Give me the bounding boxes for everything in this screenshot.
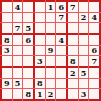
given-digit: 6	[58, 3, 64, 11]
given-digit: 6	[91, 46, 97, 54]
given-digit: 7	[15, 24, 21, 32]
cell-r6c4[interactable]: 3	[35, 56, 45, 66]
cell-r2c6[interactable]: 7	[56, 13, 66, 23]
cell-r7c2[interactable]	[13, 68, 23, 78]
cell-r8c1[interactable]: 9	[2, 79, 12, 89]
cell-r4c2[interactable]	[13, 35, 23, 45]
cell-r4c1[interactable]: 8	[2, 35, 12, 45]
cell-r5c4[interactable]	[35, 46, 45, 56]
cell-r2c8[interactable]: 2	[79, 13, 89, 23]
given-digit: 3	[37, 57, 43, 65]
cell-r8c7[interactable]	[68, 79, 78, 89]
cell-r1c4[interactable]	[35, 2, 45, 12]
given-digit: 1	[37, 90, 43, 98]
cell-r5c5[interactable]: 9	[46, 46, 56, 56]
cell-r3c8[interactable]	[79, 23, 89, 33]
cell-r2c2[interactable]	[13, 13, 23, 23]
cell-r9c4[interactable]: 1	[35, 89, 45, 99]
cell-r3c1[interactable]	[2, 23, 12, 33]
cell-r7c6[interactable]	[56, 68, 66, 78]
sudoku-board: 416772475864396387259588123	[0, 0, 101, 101]
cell-r9c2[interactable]	[13, 89, 23, 99]
cell-r1c3[interactable]	[23, 2, 33, 12]
cell-r4c4[interactable]	[35, 35, 45, 45]
given-digit: 8	[25, 90, 31, 98]
given-digit: 3	[81, 90, 87, 98]
cell-r1c5[interactable]: 1	[46, 2, 56, 12]
cell-r7c4[interactable]	[35, 68, 45, 78]
given-digit: 3	[4, 46, 10, 54]
cell-r2c9[interactable]: 4	[89, 13, 99, 23]
given-digit: 2	[70, 69, 76, 77]
given-digit: 5	[25, 24, 31, 32]
cell-r6c5[interactable]	[46, 56, 56, 66]
cell-r6c8[interactable]	[79, 56, 89, 66]
cell-r8c6[interactable]	[56, 79, 66, 89]
cell-r2c5[interactable]	[46, 13, 56, 23]
cell-r7c1[interactable]	[2, 68, 12, 78]
cell-r1c2[interactable]: 4	[13, 2, 23, 12]
given-digit: 7	[70, 3, 76, 11]
cell-r4c8[interactable]	[79, 35, 89, 45]
given-digit: 8	[4, 36, 10, 44]
cell-r3c5[interactable]	[46, 23, 56, 33]
given-digit: 4	[58, 36, 64, 44]
given-digit: 4	[15, 3, 21, 11]
cell-r9c8[interactable]: 3	[79, 89, 89, 99]
cell-r6c2[interactable]	[13, 56, 23, 66]
cell-r7c9[interactable]	[89, 68, 99, 78]
given-digit: 2	[81, 13, 87, 21]
cell-r6c7[interactable]: 8	[68, 56, 78, 66]
cell-r5c9[interactable]: 6	[89, 46, 99, 56]
cell-r2c4[interactable]	[35, 13, 45, 23]
cell-r3c6[interactable]	[56, 23, 66, 33]
cell-r3c2[interactable]: 7	[13, 23, 23, 33]
cell-r3c3[interactable]: 5	[23, 23, 33, 33]
cell-r9c3[interactable]: 8	[23, 89, 33, 99]
cell-r6c3[interactable]	[23, 56, 33, 66]
cell-r1c6[interactable]: 6	[56, 2, 66, 12]
given-digit: 9	[4, 79, 10, 87]
given-digit: 8	[37, 79, 43, 87]
cell-r8c3[interactable]	[23, 79, 33, 89]
given-digit: 7	[58, 13, 64, 21]
cell-r5c3[interactable]	[23, 46, 33, 56]
cell-r5c8[interactable]	[79, 46, 89, 56]
given-digit: 7	[91, 57, 97, 65]
cell-r9c9[interactable]	[89, 89, 99, 99]
cell-r7c3[interactable]	[23, 68, 33, 78]
cell-r1c1[interactable]	[2, 2, 12, 12]
cell-r9c7[interactable]	[68, 89, 78, 99]
cell-r2c1[interactable]	[2, 13, 12, 23]
cell-r9c6[interactable]	[56, 89, 66, 99]
cell-r3c7[interactable]	[68, 23, 78, 33]
cell-r1c7[interactable]: 7	[68, 2, 78, 12]
cell-r4c5[interactable]	[46, 35, 56, 45]
cell-r6c6[interactable]	[56, 56, 66, 66]
given-digit: 6	[25, 36, 31, 44]
given-digit: 8	[70, 57, 76, 65]
cell-r8c2[interactable]: 5	[13, 79, 23, 89]
cell-r9c1[interactable]	[2, 89, 12, 99]
given-digit: 9	[48, 46, 54, 54]
cell-r7c7[interactable]: 2	[68, 68, 78, 78]
cell-r2c3[interactable]	[23, 13, 33, 23]
cell-r4c7[interactable]	[68, 35, 78, 45]
given-digit: 1	[48, 3, 54, 11]
cell-r4c3[interactable]: 6	[23, 35, 33, 45]
cell-r4c6[interactable]: 4	[56, 35, 66, 45]
cell-r6c9[interactable]: 7	[89, 56, 99, 66]
cell-r4c9[interactable]	[89, 35, 99, 45]
cell-r7c5[interactable]	[46, 68, 56, 78]
cell-r5c6[interactable]	[56, 46, 66, 56]
given-digit: 5	[81, 69, 87, 77]
cell-r5c7[interactable]	[68, 46, 78, 56]
cell-r9c5[interactable]: 2	[46, 89, 56, 99]
cell-r3c4[interactable]	[35, 23, 45, 33]
cell-r8c8[interactable]	[79, 79, 89, 89]
cell-r5c1[interactable]: 3	[2, 46, 12, 56]
cell-r8c4[interactable]: 8	[35, 79, 45, 89]
given-digit: 2	[48, 90, 54, 98]
cell-r1c9[interactable]	[89, 2, 99, 12]
cell-r1c8[interactable]	[79, 2, 89, 12]
cell-r7c8[interactable]: 5	[79, 68, 89, 78]
given-digit: 5	[15, 79, 21, 87]
given-digit: 4	[91, 13, 97, 21]
cell-r3c9[interactable]	[89, 23, 99, 33]
cell-r8c5[interactable]	[46, 79, 56, 89]
cell-r5c2[interactable]	[13, 46, 23, 56]
cell-r6c1[interactable]	[2, 56, 12, 66]
cell-r8c9[interactable]	[89, 79, 99, 89]
cell-r2c7[interactable]	[68, 13, 78, 23]
